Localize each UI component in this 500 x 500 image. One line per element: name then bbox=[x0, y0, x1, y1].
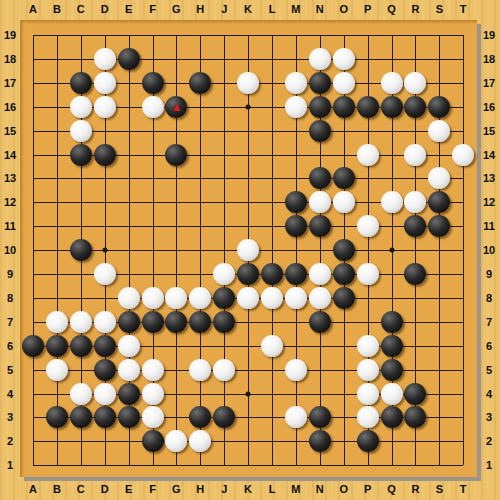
col-label-top-P: P bbox=[364, 3, 371, 15]
white-stone-J9[interactable] bbox=[213, 263, 235, 285]
black-stone-H17[interactable] bbox=[189, 72, 211, 94]
white-stone-N12[interactable] bbox=[309, 191, 331, 213]
row-label-right-3: 3 bbox=[486, 411, 492, 423]
row-label-right-17: 17 bbox=[483, 77, 495, 89]
white-stone-R17[interactable] bbox=[404, 72, 426, 94]
white-stone-C15[interactable] bbox=[70, 120, 92, 142]
black-stone-E4[interactable] bbox=[118, 383, 140, 405]
white-stone-F8[interactable] bbox=[142, 287, 164, 309]
black-stone-N15[interactable] bbox=[309, 120, 331, 142]
row-label-left-17: 17 bbox=[4, 77, 16, 89]
white-stone-F3[interactable] bbox=[142, 406, 164, 428]
grid-line-horizontal-2 bbox=[33, 441, 463, 442]
white-stone-K8[interactable] bbox=[237, 287, 259, 309]
star-point-K4 bbox=[246, 391, 251, 396]
black-stone-M11[interactable] bbox=[285, 215, 307, 237]
black-stone-M9[interactable] bbox=[285, 263, 307, 285]
white-stone-E6[interactable] bbox=[118, 335, 140, 357]
row-label-right-7: 7 bbox=[486, 316, 492, 328]
row-label-right-19: 19 bbox=[483, 29, 495, 41]
white-stone-B7[interactable] bbox=[46, 311, 68, 333]
black-stone-K9[interactable] bbox=[237, 263, 259, 285]
row-label-right-8: 8 bbox=[486, 292, 492, 304]
row-label-left-8: 8 bbox=[7, 292, 13, 304]
row-label-right-6: 6 bbox=[486, 340, 492, 352]
black-stone-N3[interactable] bbox=[309, 406, 331, 428]
black-stone-J3[interactable] bbox=[213, 406, 235, 428]
row-label-right-15: 15 bbox=[483, 125, 495, 137]
white-stone-M5[interactable] bbox=[285, 359, 307, 381]
white-stone-D16[interactable] bbox=[94, 96, 116, 118]
black-stone-E7[interactable] bbox=[118, 311, 140, 333]
black-stone-N16[interactable] bbox=[309, 96, 331, 118]
col-label-top-L: L bbox=[269, 3, 276, 15]
row-label-left-16: 16 bbox=[4, 101, 16, 113]
white-stone-G2[interactable] bbox=[165, 430, 187, 452]
col-label-bottom-M: M bbox=[291, 483, 300, 495]
row-label-right-16: 16 bbox=[483, 101, 495, 113]
black-stone-L9[interactable] bbox=[261, 263, 283, 285]
black-stone-S16[interactable] bbox=[428, 96, 450, 118]
black-stone-N11[interactable] bbox=[309, 215, 331, 237]
black-stone-E3[interactable] bbox=[118, 406, 140, 428]
white-stone-P4[interactable] bbox=[357, 383, 379, 405]
white-stone-S13[interactable] bbox=[428, 167, 450, 189]
col-label-top-M: M bbox=[291, 3, 300, 15]
goban[interactable]: ▲ bbox=[20, 20, 477, 477]
col-label-top-A: A bbox=[29, 3, 37, 15]
black-stone-F17[interactable] bbox=[142, 72, 164, 94]
black-stone-O10[interactable] bbox=[333, 239, 355, 261]
black-stone-P16[interactable] bbox=[357, 96, 379, 118]
black-stone-R16[interactable] bbox=[404, 96, 426, 118]
col-label-bottom-O: O bbox=[339, 483, 348, 495]
white-stone-P5[interactable] bbox=[357, 359, 379, 381]
col-label-top-T: T bbox=[460, 3, 467, 15]
row-label-right-18: 18 bbox=[483, 53, 495, 65]
white-stone-F16[interactable] bbox=[142, 96, 164, 118]
white-stone-O18[interactable] bbox=[333, 48, 355, 70]
white-stone-B5[interactable] bbox=[46, 359, 68, 381]
col-label-bottom-L: L bbox=[269, 483, 276, 495]
row-label-left-15: 15 bbox=[4, 125, 16, 137]
col-label-top-B: B bbox=[53, 3, 61, 15]
row-label-right-14: 14 bbox=[483, 149, 495, 161]
grid-line-vertical-L bbox=[272, 35, 273, 465]
star-point-Q10 bbox=[389, 248, 394, 253]
white-stone-N18[interactable] bbox=[309, 48, 331, 70]
row-label-left-6: 6 bbox=[7, 340, 13, 352]
row-label-right-13: 13 bbox=[483, 172, 495, 184]
white-stone-M8[interactable] bbox=[285, 287, 307, 309]
white-stone-D18[interactable] bbox=[94, 48, 116, 70]
black-stone-D14[interactable] bbox=[94, 144, 116, 166]
black-stone-C6[interactable] bbox=[70, 335, 92, 357]
white-stone-O17[interactable] bbox=[333, 72, 355, 94]
white-stone-K17[interactable] bbox=[237, 72, 259, 94]
black-stone-F7[interactable] bbox=[142, 311, 164, 333]
white-stone-E5[interactable] bbox=[118, 359, 140, 381]
white-stone-D17[interactable] bbox=[94, 72, 116, 94]
black-stone-M12[interactable] bbox=[285, 191, 307, 213]
white-stone-M17[interactable] bbox=[285, 72, 307, 94]
col-label-bottom-E: E bbox=[125, 483, 132, 495]
black-stone-C3[interactable] bbox=[70, 406, 92, 428]
row-label-right-11: 11 bbox=[483, 220, 495, 232]
row-label-right-5: 5 bbox=[486, 364, 492, 376]
white-stone-O12[interactable] bbox=[333, 191, 355, 213]
row-label-left-4: 4 bbox=[7, 388, 13, 400]
white-stone-M16[interactable] bbox=[285, 96, 307, 118]
white-stone-P3[interactable] bbox=[357, 406, 379, 428]
white-stone-C4[interactable] bbox=[70, 383, 92, 405]
star-point-D10 bbox=[102, 248, 107, 253]
white-stone-H2[interactable] bbox=[189, 430, 211, 452]
black-stone-G14[interactable] bbox=[165, 144, 187, 166]
white-stone-J5[interactable] bbox=[213, 359, 235, 381]
white-stone-Q17[interactable] bbox=[381, 72, 403, 94]
white-stone-H8[interactable] bbox=[189, 287, 211, 309]
white-stone-R14[interactable] bbox=[404, 144, 426, 166]
col-label-bottom-C: C bbox=[77, 483, 85, 495]
white-stone-R12[interactable] bbox=[404, 191, 426, 213]
white-stone-Q12[interactable] bbox=[381, 191, 403, 213]
black-stone-F2[interactable] bbox=[142, 430, 164, 452]
row-label-left-18: 18 bbox=[4, 53, 16, 65]
white-stone-D4[interactable] bbox=[94, 383, 116, 405]
black-stone-D5[interactable] bbox=[94, 359, 116, 381]
black-stone-N17[interactable] bbox=[309, 72, 331, 94]
black-stone-B6[interactable] bbox=[46, 335, 68, 357]
black-stone-D3[interactable] bbox=[94, 406, 116, 428]
black-stone-N2[interactable] bbox=[309, 430, 331, 452]
col-label-bottom-T: T bbox=[460, 483, 467, 495]
col-label-bottom-Q: Q bbox=[387, 483, 396, 495]
black-stone-C17[interactable] bbox=[70, 72, 92, 94]
row-label-right-1: 1 bbox=[486, 459, 492, 471]
black-stone-R4[interactable] bbox=[404, 383, 426, 405]
row-label-right-9: 9 bbox=[486, 268, 492, 280]
white-stone-H5[interactable] bbox=[189, 359, 211, 381]
white-stone-M3[interactable] bbox=[285, 406, 307, 428]
white-stone-F5[interactable] bbox=[142, 359, 164, 381]
black-stone-O9[interactable] bbox=[333, 263, 355, 285]
black-stone-E18[interactable] bbox=[118, 48, 140, 70]
row-label-left-3: 3 bbox=[7, 411, 13, 423]
black-stone-C10[interactable] bbox=[70, 239, 92, 261]
white-stone-N8[interactable] bbox=[309, 287, 331, 309]
black-stone-R11[interactable] bbox=[404, 215, 426, 237]
row-label-left-19: 19 bbox=[4, 29, 16, 41]
black-stone-A6[interactable] bbox=[22, 335, 44, 357]
black-stone-H3[interactable] bbox=[189, 406, 211, 428]
col-label-bottom-P: P bbox=[364, 483, 371, 495]
row-label-right-12: 12 bbox=[483, 196, 495, 208]
col-label-bottom-D: D bbox=[101, 483, 109, 495]
col-label-top-G: G bbox=[172, 3, 181, 15]
black-stone-C14[interactable] bbox=[70, 144, 92, 166]
white-stone-D9[interactable] bbox=[94, 263, 116, 285]
black-stone-J7[interactable] bbox=[213, 311, 235, 333]
black-stone-Q3[interactable] bbox=[381, 406, 403, 428]
black-stone-G7[interactable] bbox=[165, 311, 187, 333]
white-stone-C16[interactable] bbox=[70, 96, 92, 118]
row-label-left-11: 11 bbox=[4, 220, 16, 232]
row-label-left-2: 2 bbox=[7, 435, 13, 447]
white-stone-G8[interactable] bbox=[165, 287, 187, 309]
black-stone-O16[interactable] bbox=[333, 96, 355, 118]
black-stone-Q16[interactable] bbox=[381, 96, 403, 118]
white-stone-N9[interactable] bbox=[309, 263, 331, 285]
row-label-left-7: 7 bbox=[7, 316, 13, 328]
col-label-top-S: S bbox=[436, 3, 443, 15]
col-label-bottom-F: F bbox=[149, 483, 156, 495]
row-label-right-2: 2 bbox=[486, 435, 492, 447]
col-label-bottom-K: K bbox=[244, 483, 252, 495]
grid-line-horizontal-1 bbox=[33, 465, 463, 466]
grid-line-vertical-T bbox=[463, 35, 464, 465]
black-stone-P2[interactable] bbox=[357, 430, 379, 452]
row-label-left-1: 1 bbox=[7, 459, 13, 471]
col-label-top-C: C bbox=[77, 3, 85, 15]
row-label-left-10: 10 bbox=[4, 244, 16, 256]
col-label-top-O: O bbox=[339, 3, 348, 15]
col-label-bottom-J: J bbox=[221, 483, 227, 495]
black-stone-Q6[interactable] bbox=[381, 335, 403, 357]
white-stone-C7[interactable] bbox=[70, 311, 92, 333]
black-stone-R9[interactable] bbox=[404, 263, 426, 285]
col-label-top-F: F bbox=[149, 3, 156, 15]
white-stone-F4[interactable] bbox=[142, 383, 164, 405]
black-stone-R3[interactable] bbox=[404, 406, 426, 428]
row-label-left-14: 14 bbox=[4, 149, 16, 161]
row-label-left-12: 12 bbox=[4, 196, 16, 208]
row-label-left-13: 13 bbox=[4, 172, 16, 184]
white-stone-L8[interactable] bbox=[261, 287, 283, 309]
white-stone-P9[interactable] bbox=[357, 263, 379, 285]
black-stone-S12[interactable] bbox=[428, 191, 450, 213]
black-stone-Q5[interactable] bbox=[381, 359, 403, 381]
col-label-bottom-B: B bbox=[53, 483, 61, 495]
col-label-top-R: R bbox=[411, 3, 419, 15]
white-stone-Q4[interactable] bbox=[381, 383, 403, 405]
black-stone-Q7[interactable] bbox=[381, 311, 403, 333]
star-point-K16 bbox=[246, 104, 251, 109]
black-stone-D6[interactable] bbox=[94, 335, 116, 357]
col-label-top-D: D bbox=[101, 3, 109, 15]
col-label-bottom-G: G bbox=[172, 483, 181, 495]
white-stone-D7[interactable] bbox=[94, 311, 116, 333]
col-label-top-J: J bbox=[221, 3, 227, 15]
black-stone-N7[interactable] bbox=[309, 311, 331, 333]
row-label-left-9: 9 bbox=[7, 268, 13, 280]
black-stone-G16[interactable] bbox=[165, 96, 187, 118]
white-stone-E8[interactable] bbox=[118, 287, 140, 309]
goban-margin: ▲ AABBCCDDEEFFGGHHJJKKLLMMNNOOPPQQRRSSTT… bbox=[0, 0, 500, 500]
row-label-right-4: 4 bbox=[486, 388, 492, 400]
row-label-right-10: 10 bbox=[483, 244, 495, 256]
white-stone-P11[interactable] bbox=[357, 215, 379, 237]
white-stone-P6[interactable] bbox=[357, 335, 379, 357]
black-stone-S11[interactable] bbox=[428, 215, 450, 237]
col-label-bottom-S: S bbox=[436, 483, 443, 495]
black-stone-O13[interactable] bbox=[333, 167, 355, 189]
col-label-top-E: E bbox=[125, 3, 132, 15]
col-label-top-K: K bbox=[244, 3, 252, 15]
col-label-bottom-H: H bbox=[196, 483, 204, 495]
col-label-bottom-N: N bbox=[316, 483, 324, 495]
black-stone-J8[interactable] bbox=[213, 287, 235, 309]
black-stone-B3[interactable] bbox=[46, 406, 68, 428]
col-label-top-Q: Q bbox=[387, 3, 396, 15]
white-stone-P14[interactable] bbox=[357, 144, 379, 166]
row-label-left-5: 5 bbox=[7, 364, 13, 376]
black-stone-N13[interactable] bbox=[309, 167, 331, 189]
white-stone-K10[interactable] bbox=[237, 239, 259, 261]
col-label-top-N: N bbox=[316, 3, 324, 15]
white-stone-T14[interactable] bbox=[452, 144, 474, 166]
col-label-top-H: H bbox=[196, 3, 204, 15]
col-label-bottom-A: A bbox=[29, 483, 37, 495]
black-stone-H7[interactable] bbox=[189, 311, 211, 333]
white-stone-L6[interactable] bbox=[261, 335, 283, 357]
white-stone-S15[interactable] bbox=[428, 120, 450, 142]
black-stone-O8[interactable] bbox=[333, 287, 355, 309]
col-label-bottom-R: R bbox=[411, 483, 419, 495]
